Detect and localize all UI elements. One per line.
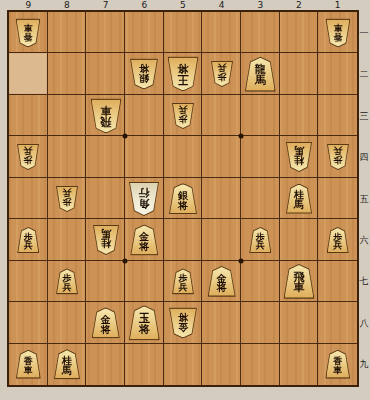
board-cell[interactable] [318, 95, 357, 136]
board-cell[interactable] [164, 136, 203, 177]
board-cell[interactable] [241, 178, 280, 219]
board-cell[interactable] [86, 53, 125, 94]
file-label: 1 [318, 0, 357, 10]
board-cell[interactable] [241, 344, 280, 385]
star-point-icon [239, 258, 244, 263]
rank-label: 四 [358, 151, 370, 164]
board-cell[interactable] [280, 53, 319, 94]
rank-label: 五 [358, 192, 370, 205]
rank-label: 三 [358, 109, 370, 122]
rank-label: 一 [358, 26, 370, 39]
rank-label: 九 [358, 358, 370, 371]
board-cell[interactable] [48, 219, 87, 260]
board-cell[interactable] [86, 344, 125, 385]
board-cell[interactable] [125, 344, 164, 385]
shogi-board: 香車香車銀将王将歩兵龍馬飛車歩兵歩兵桂馬歩兵歩兵角行銀将桂馬歩兵桂馬金将歩兵歩兵… [7, 10, 359, 387]
file-label: 5 [164, 0, 203, 10]
rank-label: 六 [358, 233, 370, 246]
rank-label: 八 [358, 316, 370, 329]
board-cell[interactable] [280, 344, 319, 385]
board-cell[interactable] [48, 95, 87, 136]
board-cell[interactable] [164, 344, 203, 385]
board-cell[interactable] [280, 302, 319, 343]
board-cell[interactable] [202, 136, 241, 177]
board-cell[interactable] [86, 261, 125, 302]
rank-label: 七 [358, 275, 370, 288]
star-point-icon [239, 134, 244, 139]
board-cell[interactable] [9, 261, 48, 302]
file-label: 8 [48, 0, 87, 10]
board-cell[interactable] [241, 136, 280, 177]
board-cell[interactable] [280, 95, 319, 136]
board-cell[interactable] [9, 178, 48, 219]
board-cell[interactable] [86, 178, 125, 219]
board-cell[interactable] [125, 136, 164, 177]
board-cell[interactable] [241, 12, 280, 53]
board-cell[interactable] [9, 95, 48, 136]
star-point-icon [123, 134, 128, 139]
file-label: 9 [9, 0, 48, 10]
shogi-app: { "game": "shogi", "position": { "sfen_b… [0, 0, 370, 400]
board-cell[interactable] [9, 302, 48, 343]
board-cell[interactable] [202, 178, 241, 219]
file-label: 4 [202, 0, 241, 10]
board-cell[interactable] [86, 136, 125, 177]
board-cell[interactable] [280, 219, 319, 260]
board-cell[interactable] [318, 178, 357, 219]
board-cell[interactable] [48, 53, 87, 94]
file-label: 3 [241, 0, 280, 10]
board-cell[interactable] [318, 53, 357, 94]
file-label: 6 [125, 0, 164, 10]
board-cell[interactable] [241, 302, 280, 343]
file-label: 7 [86, 0, 125, 10]
board-cell[interactable] [202, 12, 241, 53]
board-cell[interactable] [48, 12, 87, 53]
board-cell[interactable] [241, 261, 280, 302]
board-cell[interactable] [202, 344, 241, 385]
board-cell[interactable] [318, 302, 357, 343]
board-cell[interactable] [318, 261, 357, 302]
board-cell[interactable] [241, 95, 280, 136]
board-cell[interactable] [202, 302, 241, 343]
board-cell[interactable] [125, 12, 164, 53]
board-cell[interactable] [48, 302, 87, 343]
board-cell[interactable] [164, 219, 203, 260]
star-point-icon [123, 258, 128, 263]
board-cell-last-move-origin[interactable] [9, 53, 48, 94]
board-cell[interactable] [280, 12, 319, 53]
board-cell[interactable] [48, 136, 87, 177]
board-cell[interactable] [164, 12, 203, 53]
rank-label: 二 [358, 68, 370, 81]
board-cell[interactable] [86, 12, 125, 53]
file-label: 2 [280, 0, 319, 10]
board-cell[interactable] [125, 261, 164, 302]
board-cell[interactable] [125, 95, 164, 136]
board-cell[interactable] [202, 219, 241, 260]
board-cell[interactable] [202, 95, 241, 136]
